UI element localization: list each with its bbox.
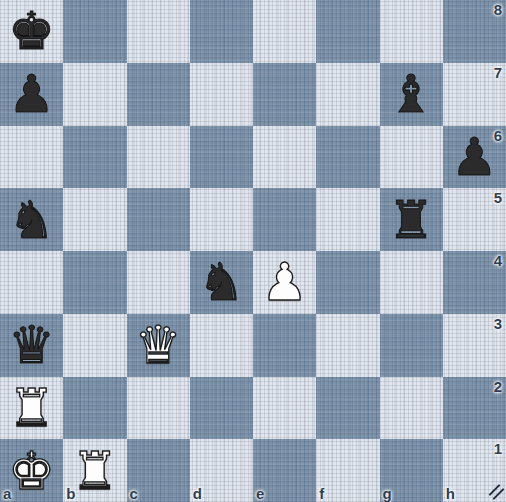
black-bishop-g7[interactable]: ♝ <box>380 63 443 126</box>
square-b2[interactable] <box>63 377 126 440</box>
square-h8[interactable] <box>443 0 506 63</box>
square-e3[interactable] <box>253 314 316 377</box>
square-e7[interactable] <box>253 63 316 126</box>
square-h4[interactable] <box>443 251 506 314</box>
square-g8[interactable] <box>380 0 443 63</box>
square-d6[interactable] <box>190 126 253 189</box>
square-f1[interactable] <box>316 439 379 502</box>
square-d7[interactable] <box>190 63 253 126</box>
square-b4[interactable] <box>63 251 126 314</box>
square-g6[interactable] <box>380 126 443 189</box>
square-b6[interactable] <box>63 126 126 189</box>
square-d3[interactable] <box>190 314 253 377</box>
black-knight-d4[interactable]: ♞ <box>190 251 253 314</box>
black-pawn-a7[interactable]: ♟ <box>0 63 63 126</box>
white-king-a1[interactable]: ♚ <box>0 439 63 502</box>
square-f7[interactable] <box>316 63 379 126</box>
square-b5[interactable] <box>63 188 126 251</box>
square-c2[interactable] <box>127 377 190 440</box>
square-d2[interactable] <box>190 377 253 440</box>
square-f6[interactable] <box>316 126 379 189</box>
black-knight-a5[interactable]: ♞ <box>0 188 63 251</box>
square-f8[interactable] <box>316 0 379 63</box>
square-g4[interactable] <box>380 251 443 314</box>
square-h2[interactable] <box>443 377 506 440</box>
square-f3[interactable] <box>316 314 379 377</box>
square-b8[interactable] <box>63 0 126 63</box>
white-queen-c3[interactable]: ♛ <box>127 314 190 377</box>
square-c8[interactable] <box>127 0 190 63</box>
square-d8[interactable] <box>190 0 253 63</box>
square-b7[interactable] <box>63 63 126 126</box>
square-c6[interactable] <box>127 126 190 189</box>
square-c1[interactable] <box>127 439 190 502</box>
square-f2[interactable] <box>316 377 379 440</box>
square-c5[interactable] <box>127 188 190 251</box>
square-h3[interactable] <box>443 314 506 377</box>
square-h5[interactable] <box>443 188 506 251</box>
square-e8[interactable] <box>253 0 316 63</box>
black-queen-a3[interactable]: ♛ <box>0 314 63 377</box>
square-g1[interactable] <box>380 439 443 502</box>
square-c7[interactable] <box>127 63 190 126</box>
white-rook-b1[interactable]: ♜ <box>63 439 126 502</box>
square-g2[interactable] <box>380 377 443 440</box>
white-rook-a2[interactable]: ♜ <box>0 377 63 440</box>
white-pawn-e4[interactable]: ♟ <box>253 251 316 314</box>
square-a4[interactable] <box>0 251 63 314</box>
black-rook-g5[interactable]: ♜ <box>380 188 443 251</box>
square-f5[interactable] <box>316 188 379 251</box>
chess-board-container: ♚♟♝♟♞♜♞♟♛♛♜♚♜ abcdefgh87654321 <box>0 0 506 502</box>
square-e2[interactable] <box>253 377 316 440</box>
square-d1[interactable] <box>190 439 253 502</box>
board-resize-handle-icon[interactable] <box>487 483 503 499</box>
square-a6[interactable] <box>0 126 63 189</box>
square-f4[interactable] <box>316 251 379 314</box>
square-b3[interactable] <box>63 314 126 377</box>
square-e6[interactable] <box>253 126 316 189</box>
black-king-a8[interactable]: ♚ <box>0 0 63 63</box>
black-pawn-h6[interactable]: ♟ <box>443 126 506 189</box>
square-d5[interactable] <box>190 188 253 251</box>
square-c4[interactable] <box>127 251 190 314</box>
square-g3[interactable] <box>380 314 443 377</box>
square-e5[interactable] <box>253 188 316 251</box>
square-h7[interactable] <box>443 63 506 126</box>
square-e1[interactable] <box>253 439 316 502</box>
